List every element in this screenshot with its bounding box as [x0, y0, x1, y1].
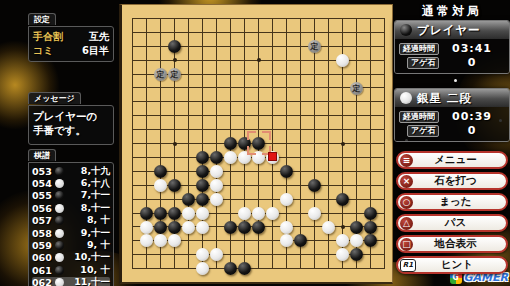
- message-panel: メッセージ プレイヤーの 手番です。: [28, 86, 114, 145]
- star-point: [341, 142, 345, 146]
- white-stone: [224, 151, 237, 164]
- command-button-cross[interactable]: ×石を打つ: [396, 172, 508, 190]
- move-coordinate: 10, 十: [67, 264, 110, 277]
- white-stone: [210, 179, 223, 192]
- move-number: 060: [32, 252, 54, 263]
- move-coordinate: 11,十一: [67, 276, 110, 286]
- game-mode-title: 通常対局: [398, 3, 506, 20]
- captures-value: 0: [439, 56, 505, 69]
- cursor-bracket-corner: [247, 146, 256, 155]
- star-point: [173, 58, 177, 62]
- square-icon: □: [400, 238, 413, 251]
- black-stone-icon: [55, 191, 64, 200]
- black-stone-icon: [400, 24, 412, 36]
- captures-label: アゲ石: [407, 125, 439, 137]
- black-stone: [252, 221, 265, 234]
- move-number: 053: [32, 166, 54, 177]
- elapsed-time-label: 経過時間: [399, 111, 439, 123]
- white-stone: [196, 248, 209, 261]
- command-button-options-menu[interactable]: ≡メニュー: [396, 151, 508, 169]
- command-button-square[interactable]: □地合表示: [396, 235, 508, 253]
- kifu-move-row: 0589,十一: [32, 227, 110, 239]
- command-label: まった: [413, 195, 498, 209]
- message-tab: メッセージ: [28, 92, 81, 104]
- settings-panel: 設定 手合割 互先 コミ 6目半: [28, 7, 114, 62]
- turn-message: プレイヤーの 手番です。: [33, 109, 109, 137]
- player-stats: 経過時間00:39アゲ石0: [395, 107, 509, 141]
- white-stone: [336, 234, 349, 247]
- kifu-move-row: 0568,十一: [32, 202, 110, 214]
- command-label: 地合表示: [413, 237, 498, 251]
- black-stone: [350, 248, 363, 261]
- cross-icon: ×: [400, 175, 413, 188]
- black-stone: [238, 262, 251, 275]
- captures-label: アゲ石: [407, 57, 439, 69]
- joseki-hint-stone: 定: [168, 68, 181, 81]
- black-stone: [182, 193, 195, 206]
- captures-value: 0: [439, 124, 505, 137]
- kifu-move-row: 06110, 十: [32, 264, 110, 276]
- white-stone-icon: [400, 92, 412, 104]
- player-header: 銀星 二段: [395, 89, 509, 107]
- kifu-move-row: 0538,十九: [32, 165, 110, 177]
- player-name: 銀星 二段: [417, 91, 472, 106]
- white-stone: [266, 207, 279, 220]
- black-stone: [196, 165, 209, 178]
- black-stone: [154, 207, 167, 220]
- white-stone-icon: [55, 204, 64, 213]
- black-stone: [168, 207, 181, 220]
- black-stone: [168, 40, 181, 53]
- black-stone: [140, 207, 153, 220]
- move-number: 054: [32, 178, 54, 189]
- command-button-circle[interactable]: ○まった: [396, 193, 508, 211]
- command-label: 石を打つ: [413, 174, 498, 188]
- white-stone: [280, 221, 293, 234]
- white-stone: [196, 221, 209, 234]
- black-stone-icon: [55, 266, 64, 275]
- cursor-bracket-corner: [247, 131, 256, 140]
- white-stone: [140, 221, 153, 234]
- elapsed-time-value: 00:39: [439, 110, 505, 123]
- white-stone: [182, 207, 195, 220]
- black-stone: [294, 234, 307, 247]
- player-box-black: プレイヤー経過時間03:41アゲ石0: [394, 20, 510, 74]
- white-stone: [182, 221, 195, 234]
- black-stone: [224, 137, 237, 150]
- white-stone: [168, 234, 181, 247]
- black-stone: [168, 179, 181, 192]
- black-stone-icon: [55, 216, 64, 225]
- settings-tab: 設定: [28, 13, 56, 25]
- move-number: 055: [32, 190, 54, 201]
- command-label: ヒント: [416, 258, 498, 272]
- kifu-panel: 棋譜 0538,十九0546,十八0557,十一0568,十一0578, 十05…: [28, 143, 114, 286]
- move-number: 061: [32, 265, 54, 276]
- black-stone: [364, 234, 377, 247]
- triangle-icon: △: [400, 217, 413, 230]
- move-number: 056: [32, 203, 54, 214]
- move-number: 057: [32, 215, 54, 226]
- black-stone: [196, 151, 209, 164]
- star-point: [257, 58, 261, 62]
- command-button-triangle[interactable]: △パス: [396, 214, 508, 232]
- star-point: [173, 142, 177, 146]
- kifu-move-row: 0578, 十: [32, 215, 110, 227]
- elapsed-time-label: 経過時間: [399, 43, 439, 55]
- player-header: プレイヤー: [395, 21, 509, 39]
- r1-icon: R1: [400, 259, 416, 272]
- go-board[interactable]: 定定定定: [119, 4, 393, 284]
- move-coordinate: 8, 十: [67, 214, 110, 227]
- black-stone: [280, 165, 293, 178]
- white-stone: [196, 262, 209, 275]
- white-stone: [140, 234, 153, 247]
- elapsed-time-value: 03:41: [439, 42, 505, 55]
- move-coordinate: 8,十一: [67, 202, 110, 215]
- kifu-move-row: 06211,十一: [32, 277, 110, 286]
- kifu-move-row: 06010,十一: [32, 252, 110, 264]
- white-stone: [350, 234, 363, 247]
- black-stone: [210, 151, 223, 164]
- black-stone-icon: [55, 241, 64, 250]
- white-stone: [280, 193, 293, 206]
- command-label: メニュー: [413, 153, 498, 167]
- star-point: [341, 225, 345, 229]
- white-stone: [210, 193, 223, 206]
- black-stone: [196, 193, 209, 206]
- move-coordinate: 10,十一: [67, 251, 110, 264]
- black-stone: [224, 262, 237, 275]
- move-coordinate: 8,十九: [67, 165, 110, 178]
- kifu-move-row: 0599, 十: [32, 239, 110, 251]
- black-stone: [238, 221, 251, 234]
- move-number: 058: [32, 228, 54, 239]
- white-stone: [210, 248, 223, 261]
- white-stone: [280, 234, 293, 247]
- black-stone: [336, 193, 349, 206]
- white-stone: [322, 221, 335, 234]
- white-stone: [196, 207, 209, 220]
- last-move-marker: [268, 152, 277, 161]
- game-screen: 設定 手合割 互先 コミ 6目半 メッセージ プレイヤーの 手番です。 棋譜 0…: [0, 0, 510, 286]
- board-grid[interactable]: 定定定定: [132, 18, 385, 269]
- white-stone: [238, 207, 251, 220]
- circle-icon: ○: [400, 196, 413, 209]
- handicap-value: 互先: [89, 30, 109, 44]
- command-label: パス: [413, 216, 498, 230]
- cursor-bracket-corner: [262, 131, 271, 140]
- handicap-label: 手合割: [33, 30, 63, 44]
- kifu-list[interactable]: 0538,十九0546,十八0557,十一0568,十一0578, 十0589,…: [28, 162, 114, 286]
- black-stone-icon: [55, 167, 64, 176]
- kifu-move-row: 0557,十一: [32, 190, 110, 202]
- white-stone-icon: [55, 179, 64, 188]
- player-stats: 経過時間03:41アゲ石0: [395, 39, 509, 73]
- joseki-hint-stone: 定: [350, 82, 363, 95]
- black-stone: [154, 221, 167, 234]
- black-stone: [308, 179, 321, 192]
- white-stone-icon: [55, 278, 64, 286]
- player-box-white: 銀星 二段経過時間00:39アゲ石0: [394, 88, 510, 142]
- player-name: プレイヤー: [417, 23, 481, 38]
- joseki-hint-stone: 定: [308, 40, 321, 53]
- white-stone-icon: [55, 253, 64, 262]
- white-stone-icon: [55, 229, 64, 238]
- joseki-hint-stone: 定: [154, 68, 167, 81]
- kifu-move-row: 0546,十八: [32, 177, 110, 189]
- komi-row: コミ 6目半: [33, 44, 109, 58]
- move-number: 062: [32, 277, 54, 286]
- white-stone: [210, 165, 223, 178]
- move-coordinate: 7,十一: [67, 189, 110, 202]
- white-stone: [336, 54, 349, 67]
- black-stone: [196, 179, 209, 192]
- options-menu-icon: ≡: [400, 154, 413, 167]
- black-stone: [168, 221, 181, 234]
- white-stone: [252, 207, 265, 220]
- black-stone: [364, 221, 377, 234]
- move-coordinate: 9,十一: [67, 227, 110, 240]
- black-stone: [350, 221, 363, 234]
- white-stone: [154, 179, 167, 192]
- handicap-row: 手合割 互先: [33, 30, 109, 44]
- move-number: 059: [32, 240, 54, 251]
- black-stone: [364, 207, 377, 220]
- komi-label: コミ: [33, 44, 53, 58]
- white-stone: [154, 234, 167, 247]
- command-button-r1[interactable]: R1ヒント: [396, 256, 508, 274]
- black-stone: [154, 165, 167, 178]
- white-stone: [336, 248, 349, 261]
- black-stone: [224, 221, 237, 234]
- komi-value: 6目半: [82, 44, 109, 58]
- kifu-tab: 棋譜: [28, 149, 56, 161]
- white-stone: [308, 207, 321, 220]
